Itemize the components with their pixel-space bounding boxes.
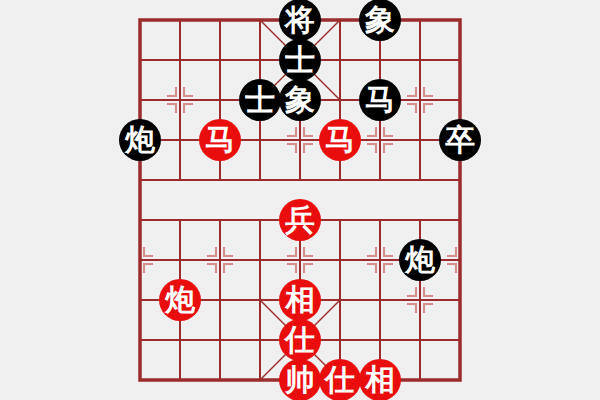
piece-black-general[interactable]: 将 [279,0,321,41]
intersection-4-3[interactable] [280,120,320,160]
intersection-5-1[interactable] [320,40,360,80]
piece-label: 象 [365,5,395,35]
intersection-6-6[interactable] [360,240,400,280]
intersection-2-2[interactable] [200,80,240,120]
intersection-7-6[interactable]: 炮 [400,240,440,280]
intersection-7-2[interactable] [400,80,440,120]
intersection-1-3[interactable] [160,120,200,160]
piece-label: 炮 [405,245,435,275]
intersection-2-1[interactable] [200,40,240,80]
piece-red-horse[interactable]: 马 [199,119,241,161]
intersection-8-7[interactable] [440,280,480,320]
piece-label: 帅 [285,365,315,395]
intersection-4-4[interactable] [280,160,320,200]
intersection-8-2[interactable] [440,80,480,120]
intersection-0-0[interactable] [120,0,160,40]
intersection-3-5[interactable] [240,200,280,240]
intersection-0-4[interactable] [120,160,160,200]
piece-label: 炮 [125,125,155,155]
intersection-1-2[interactable] [160,80,200,120]
intersection-2-0[interactable] [200,0,240,40]
piece-red-soldier[interactable]: 兵 [279,199,321,241]
intersection-1-5[interactable] [160,200,200,240]
intersection-7-8[interactable] [400,320,440,360]
intersection-4-2[interactable]: 象 [280,80,320,120]
intersection-1-6[interactable] [160,240,200,280]
intersection-1-7[interactable]: 炮 [160,280,200,320]
intersection-3-3[interactable] [240,120,280,160]
piece-black-horse[interactable]: 马 [359,79,401,121]
intersection-3-9[interactable] [240,360,280,400]
intersection-8-3[interactable]: 卒 [440,120,480,160]
intersection-2-5[interactable] [200,200,240,240]
intersection-0-9[interactable] [120,360,160,400]
intersection-7-3[interactable] [400,120,440,160]
piece-label: 相 [365,365,395,395]
intersection-2-6[interactable] [200,240,240,280]
intersection-1-1[interactable] [160,40,200,80]
intersection-4-0[interactable]: 将 [280,0,320,40]
intersection-5-8[interactable] [320,320,360,360]
piece-label: 士 [245,85,275,115]
intersection-4-7[interactable]: 相 [280,280,320,320]
piece-black-elephant[interactable]: 象 [359,0,401,41]
intersection-0-1[interactable] [120,40,160,80]
piece-label: 将 [285,5,315,35]
intersection-6-1[interactable] [360,40,400,80]
intersection-0-3[interactable]: 炮 [120,120,160,160]
intersection-1-9[interactable] [160,360,200,400]
intersection-2-3[interactable]: 马 [200,120,240,160]
intersection-8-1[interactable] [440,40,480,80]
intersection-2-9[interactable] [200,360,240,400]
intersection-5-6[interactable] [320,240,360,280]
intersection-7-0[interactable] [400,0,440,40]
board-intersections: 将象士士象马炮马马卒兵炮炮相仕帅仕相 [120,0,480,400]
intersection-0-5[interactable] [120,200,160,240]
intersection-3-0[interactable] [240,0,280,40]
intersection-6-2[interactable]: 马 [360,80,400,120]
intersection-3-7[interactable] [240,280,280,320]
intersection-3-1[interactable] [240,40,280,80]
intersection-6-4[interactable] [360,160,400,200]
intersection-4-8[interactable]: 仕 [280,320,320,360]
piece-label: 卒 [445,125,475,155]
piece-black-advisor[interactable]: 士 [279,39,321,81]
piece-label: 仕 [285,325,315,355]
intersection-8-8[interactable] [440,320,480,360]
intersection-7-5[interactable] [400,200,440,240]
intersection-5-9[interactable]: 仕 [320,360,360,400]
intersection-4-6[interactable] [280,240,320,280]
intersection-0-8[interactable] [120,320,160,360]
piece-black-cannon[interactable]: 炮 [399,239,441,281]
intersection-1-8[interactable] [160,320,200,360]
piece-red-advisor[interactable]: 仕 [319,359,361,400]
piece-red-advisor[interactable]: 仕 [279,319,321,361]
intersection-8-9[interactable] [440,360,480,400]
intersection-1-4[interactable] [160,160,200,200]
intersection-3-8[interactable] [240,320,280,360]
intersection-6-7[interactable] [360,280,400,320]
piece-label: 马 [205,125,235,155]
intersection-6-8[interactable] [360,320,400,360]
intersection-7-7[interactable] [400,280,440,320]
intersection-5-5[interactable] [320,200,360,240]
intersection-4-1[interactable]: 士 [280,40,320,80]
intersection-7-9[interactable] [400,360,440,400]
intersection-5-2[interactable] [320,80,360,120]
intersection-2-7[interactable] [200,280,240,320]
piece-label: 相 [285,285,315,315]
piece-black-soldier[interactable]: 卒 [439,119,481,161]
piece-red-general[interactable]: 帅 [279,359,321,400]
intersection-0-2[interactable] [120,80,160,120]
intersection-4-9[interactable]: 帅 [280,360,320,400]
intersection-3-6[interactable] [240,240,280,280]
piece-label: 炮 [165,285,195,315]
intersection-6-9[interactable]: 相 [360,360,400,400]
piece-black-cannon[interactable]: 炮 [119,119,161,161]
piece-label: 马 [365,85,395,115]
intersection-8-0[interactable] [440,0,480,40]
intersection-2-4[interactable] [200,160,240,200]
piece-red-cannon[interactable]: 炮 [159,279,201,321]
piece-red-elephant[interactable]: 相 [359,359,401,400]
intersection-8-4[interactable] [440,160,480,200]
intersection-1-0[interactable] [160,0,200,40]
intersection-6-3[interactable] [360,120,400,160]
piece-label: 马 [325,125,355,155]
intersection-2-8[interactable] [200,320,240,360]
intersection-8-5[interactable] [440,200,480,240]
intersection-5-4[interactable] [320,160,360,200]
intersection-7-1[interactable] [400,40,440,80]
intersection-3-2[interactable]: 士 [240,80,280,120]
piece-label: 兵 [285,205,315,235]
intersection-4-5[interactable]: 兵 [280,200,320,240]
intersection-3-4[interactable] [240,160,280,200]
intersection-5-3[interactable]: 马 [320,120,360,160]
intersection-6-5[interactable] [360,200,400,240]
intersection-8-6[interactable] [440,240,480,280]
piece-label: 仕 [325,365,355,395]
intersection-5-7[interactable] [320,280,360,320]
intersection-6-0[interactable]: 象 [360,0,400,40]
piece-black-elephant[interactable]: 象 [279,79,321,121]
intersection-0-6[interactable] [120,240,160,280]
piece-red-elephant[interactable]: 相 [279,279,321,321]
piece-label: 象 [285,85,315,115]
intersection-0-7[interactable] [120,280,160,320]
xiangqi-board: 将象士士象马炮马马卒兵炮炮相仕帅仕相 [0,0,600,400]
piece-label: 士 [285,45,315,75]
piece-black-advisor[interactable]: 士 [239,79,281,121]
intersection-5-0[interactable] [320,0,360,40]
piece-red-horse[interactable]: 马 [319,119,361,161]
intersection-7-4[interactable] [400,160,440,200]
